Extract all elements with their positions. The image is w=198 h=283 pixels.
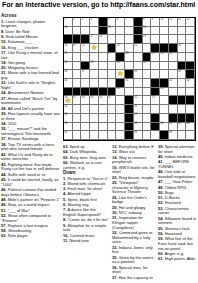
grid-cell[interactable]: 60	[160, 123, 169, 132]
grid-cell[interactable]	[99, 79, 108, 88]
grid-cell[interactable]	[178, 53, 187, 62]
cell-number: 49	[91, 96, 94, 99]
black-cell	[134, 27, 143, 36]
star-icon: ★	[64, 96, 72, 104]
clue-number: 55.	[158, 226, 165, 231]
down-clue-list-3: 39. Special attention, for short40. Indi…	[158, 145, 197, 262]
cell-number: 17	[91, 35, 94, 38]
down-heading: Down	[63, 171, 109, 176]
grid-cell[interactable]: 28	[125, 53, 134, 62]
black-cell	[160, 131, 169, 140]
clue-item: 43. Fighting move that made Rusty cut he…	[1, 163, 60, 172]
clue-number: 60.	[158, 251, 165, 256]
clue-number: 36.	[112, 265, 119, 270]
grid-cell[interactable]	[143, 44, 152, 53]
cell-number: 28	[126, 52, 129, 55]
cell-number: 55	[134, 105, 137, 108]
grid-cell[interactable]	[178, 88, 187, 97]
clue-number: 8.	[63, 217, 67, 222]
grid-cell[interactable]	[81, 105, 90, 114]
clue-item: 23. Like Kath's role in "Singles Night"	[1, 81, 60, 90]
grid-cell[interactable]	[99, 105, 108, 114]
grid-cell[interactable]: 40	[64, 79, 73, 88]
clue-item: 61. High points: Abbr.	[158, 257, 197, 262]
grid-cell[interactable]	[116, 96, 125, 105]
grid-cell[interactable]: 41	[125, 79, 134, 88]
grid-cell[interactable]: 39	[178, 70, 187, 79]
grid-cell[interactable]	[90, 114, 99, 123]
grid-cell[interactable]	[160, 27, 169, 36]
cell-number: 62	[178, 122, 181, 125]
cell-number: 6	[117, 18, 118, 21]
grid-cell[interactable]	[73, 105, 82, 114]
clue-number: 40.	[158, 154, 165, 159]
clue-item: 52. Show often compared to "Firewire"	[1, 214, 60, 223]
black-cell	[134, 18, 143, 27]
clue-number: 66.	[63, 160, 70, 165]
clue-number: 2.	[63, 181, 67, 186]
grid-cell[interactable]: 2	[73, 18, 82, 27]
clue-item: 14. Way to connect peripherals	[112, 156, 155, 165]
grid-cell[interactable]	[116, 123, 125, 132]
grid-cell[interactable]: 50	[99, 96, 108, 105]
clue-item: 7. A dance like the English Superspeed?	[63, 208, 109, 217]
black-cell	[125, 105, 134, 114]
clue-number: 25.	[112, 180, 119, 185]
grid-cell[interactable]: 22	[81, 44, 90, 53]
grid-cell[interactable]: ★	[116, 70, 125, 79]
grid-cell[interactable]: 19	[143, 35, 152, 44]
cell-number: 10	[160, 18, 163, 21]
clue-item: 31. Inspiration for Klingon rapper (Cong…	[112, 216, 155, 230]
grid-cell[interactable]	[108, 131, 117, 140]
grid-cell[interactable]: 21	[73, 44, 82, 53]
grid-cell[interactable]: 62	[178, 123, 187, 132]
grid-cell[interactable]	[160, 105, 169, 114]
down-clue-list-2: 12. Everything before E13. Wear out14. W…	[112, 145, 155, 280]
clue-number: 62.	[1, 233, 8, 238]
grid-cell[interactable]: 37	[81, 70, 90, 79]
clue-number: 34.	[1, 121, 8, 126]
cell-number: 5	[108, 18, 109, 21]
clue-number: 48.	[158, 185, 165, 190]
clue-number: 17.	[1, 50, 8, 55]
cell-number: 20	[64, 44, 67, 47]
clue-number: 8.	[1, 29, 5, 34]
grid-cell[interactable]	[178, 27, 187, 36]
clue-number: 52.	[158, 200, 165, 205]
grid-cell[interactable]: 4	[90, 18, 99, 27]
clue-number: 50.	[158, 190, 165, 195]
clue-number: 64.	[63, 149, 70, 154]
grid-cell[interactable]	[151, 27, 160, 36]
grid-cell[interactable]	[143, 114, 152, 123]
clue-number: 26.	[112, 195, 119, 200]
cell-number: 60	[160, 122, 163, 125]
clue-number: 37.	[112, 275, 119, 280]
grid-cell[interactable]	[90, 79, 99, 88]
grid-cell[interactable]	[99, 131, 108, 140]
clue-item: 25. "Viewpoint" character in Mystery Sci…	[112, 181, 155, 195]
clue-number: 46.	[1, 187, 8, 192]
grid-cell[interactable]	[169, 105, 178, 114]
cell-number: 34	[117, 61, 120, 64]
grid-cell[interactable]	[178, 105, 187, 114]
grid-cell[interactable]: 44	[116, 88, 125, 97]
cell-number: 13	[187, 18, 190, 21]
grid-cell[interactable]	[116, 27, 125, 36]
black-cell	[125, 123, 134, 132]
grid-cell[interactable]	[81, 27, 90, 36]
cell-number: 33	[91, 61, 94, 64]
cell-number: 45	[160, 87, 163, 90]
grid-cell[interactable]: 9	[151, 18, 160, 27]
cell-number: 51	[108, 96, 111, 99]
clue-number: 33.	[112, 245, 119, 250]
grid-cell[interactable]	[116, 105, 125, 114]
grid-cell[interactable]	[160, 70, 169, 79]
grid-cell[interactable]	[73, 70, 82, 79]
black-cell	[99, 18, 108, 27]
clue-number: 51.	[1, 208, 8, 213]
grid-cell[interactable]: 42	[169, 79, 178, 88]
clue-number: 3.	[63, 186, 67, 191]
grid-cell[interactable]	[81, 131, 90, 140]
cell-number: 11	[169, 18, 172, 21]
grid-cell[interactable]: 10	[160, 18, 169, 27]
clue-item: 39. Special attention, for short	[158, 145, 197, 154]
clue-number: 1.	[63, 176, 67, 181]
cell-number: 1	[64, 18, 65, 21]
cell-number: 21	[73, 44, 76, 47]
grid-cell[interactable]	[125, 62, 134, 71]
grid-cell[interactable]	[151, 131, 160, 140]
grid-cell[interactable]: 47	[73, 96, 82, 105]
grid-cell[interactable]	[143, 105, 152, 114]
clue-number: 29.	[1, 111, 8, 116]
clue-item: 35. "___ mouse?" and the stereotypical '…	[1, 127, 60, 136]
grid-cell[interactable]	[99, 53, 108, 62]
clue-item: 1. Laser charges, photos forgeries	[1, 20, 60, 29]
grid-cell[interactable]	[178, 131, 187, 140]
grid-cell[interactable]	[169, 62, 178, 71]
grid-cell[interactable]	[73, 62, 82, 71]
clue-item: 21. Movie with a two-horned bad guy	[1, 71, 60, 80]
cell-number: 44	[117, 87, 120, 90]
grid-cell[interactable]	[81, 114, 90, 123]
grid-cell[interactable]: 15	[108, 27, 117, 36]
cell-number: 64	[64, 131, 67, 134]
grid-cell[interactable]: 64	[64, 131, 73, 140]
grid-cell[interactable]: 13	[186, 18, 195, 27]
grid-cell[interactable]: 27	[108, 53, 117, 62]
grid-cell[interactable]: 23	[116, 44, 125, 53]
cell-number: 25	[178, 44, 181, 47]
cell-number: 8	[143, 18, 144, 21]
cell-number: 36	[64, 70, 67, 73]
clue-number: 31.	[112, 215, 119, 220]
grid-cell[interactable]	[90, 131, 99, 140]
grid-cell[interactable]	[125, 35, 134, 44]
grid-cell[interactable]	[73, 53, 82, 62]
clue-number: 42.	[1, 152, 8, 157]
grid-cell[interactable]: 31	[169, 53, 178, 62]
grid-cell[interactable]: 14	[64, 27, 73, 36]
star-icon: ★	[90, 44, 98, 52]
grid-cell[interactable]	[151, 70, 160, 79]
clue-number: 61.	[158, 256, 165, 261]
crossword-grid: 12345678910111213141516171819202122★2324…	[63, 17, 196, 141]
black-cell	[186, 62, 195, 71]
clue-number: 54.	[158, 216, 165, 221]
cell-number: 63	[187, 122, 190, 125]
clue-item: 36. Special man, for short	[112, 266, 155, 275]
grid-cell[interactable]	[90, 123, 99, 132]
grid-cell[interactable]	[125, 88, 134, 97]
grid-cell[interactable]	[108, 35, 117, 44]
grid-cell[interactable]	[99, 123, 108, 132]
grid-cell[interactable]	[99, 114, 108, 123]
clue-item: 17. Like Rusty's mental state, of late	[1, 51, 60, 60]
clue-item: 9. Metaphor for a simple task	[63, 224, 109, 233]
cell-number: 57	[134, 113, 137, 116]
grid-cell[interactable]	[116, 131, 125, 140]
star-icon: ★	[116, 70, 124, 78]
clue-number: 47.	[158, 179, 165, 184]
clue-item: 33. Indiana Jones' only fear	[112, 246, 155, 255]
cell-number: 42	[169, 79, 172, 82]
grid-cell[interactable]	[143, 70, 152, 79]
clue-number: 53.	[158, 206, 165, 211]
grid-cell[interactable]	[125, 27, 134, 36]
grid-cell[interactable]	[90, 70, 99, 79]
grid-cell[interactable]	[143, 131, 152, 140]
cell-number: 16	[143, 26, 146, 29]
black-cell	[125, 131, 134, 140]
clue-column-2: 63. Sped up64. Dark Wikipedia65. Busy me…	[63, 145, 109, 244]
grid-cell[interactable]: 24	[134, 44, 143, 53]
cell-number: 26	[64, 52, 67, 55]
grid-cell[interactable]: 53	[151, 96, 160, 105]
grid-cell[interactable]	[151, 35, 160, 44]
clue-number: 5.	[63, 197, 67, 202]
cell-number: 39	[178, 70, 181, 73]
grid-cell[interactable]	[73, 27, 82, 36]
cell-number: 30	[160, 52, 163, 55]
clue-number: 22.	[112, 175, 119, 180]
clue-number: 21.	[1, 70, 8, 75]
grid-cell[interactable]	[108, 105, 117, 114]
grid-cell[interactable]	[108, 70, 117, 79]
clue-item: 29. Flea layouts usually have two or thr…	[1, 112, 60, 121]
grid-cell[interactable]	[134, 53, 143, 62]
grid-cell[interactable]: 33	[90, 62, 99, 71]
clue-column-4: 39. Special attention, for short40. Indi…	[158, 145, 197, 263]
grid-cell[interactable]	[160, 96, 169, 105]
clue-number: 63.	[63, 144, 70, 149]
cell-number: 37	[82, 70, 85, 73]
grid-cell[interactable]	[99, 70, 108, 79]
black-cell	[125, 96, 134, 105]
clue-number: 9.	[63, 223, 67, 228]
cell-number: 38	[134, 70, 137, 73]
clue-number: 19.	[112, 165, 119, 170]
clue-item: 42. What Oz and Rusty do to some stretch…	[1, 153, 60, 162]
grid-cell[interactable]	[134, 79, 143, 88]
grid-cell[interactable]	[108, 123, 117, 132]
grid-cell[interactable]	[81, 123, 90, 132]
grid-cell[interactable]: 35	[143, 62, 152, 71]
grid-cell[interactable]	[178, 79, 187, 88]
cell-number: 27	[108, 52, 111, 55]
clue-number: 4.	[63, 191, 67, 196]
cell-number: 23	[117, 44, 120, 47]
grid-cell[interactable]: 48	[81, 96, 90, 105]
grid-cell[interactable]: 43	[186, 79, 195, 88]
grid-cell[interactable]: 65	[134, 131, 143, 140]
down-clue-list-1: 1. Response to "You're it"2. Mixed with …	[63, 177, 109, 244]
black-cell	[169, 96, 178, 105]
cell-number: 4	[91, 18, 92, 21]
clue-number: 65.	[63, 155, 70, 160]
grid-cell[interactable]	[81, 53, 90, 62]
across-continued-list: 63. Sped up64. Dark Wikipedia65. Busy me…	[63, 145, 109, 170]
clue-number: 57.	[1, 223, 8, 228]
grid-cell[interactable]	[99, 44, 108, 53]
clue-number: 27.	[1, 96, 8, 101]
clue-item: 19. WW II battle site, for short	[112, 166, 155, 175]
grid-cell[interactable]	[186, 131, 195, 140]
grid-cell[interactable]: 66	[169, 131, 178, 140]
clue-number: 35.	[112, 255, 119, 260]
grid-cell[interactable]	[186, 88, 195, 97]
grid-cell[interactable]: 51	[108, 96, 117, 105]
grid-cell[interactable]: 11	[169, 18, 178, 27]
clue-number: 30.	[112, 210, 119, 215]
grid-cell[interactable]	[73, 79, 82, 88]
cell-number: 52	[134, 96, 137, 99]
grid-cell[interactable]: 12	[178, 18, 187, 27]
clue-column-3: 12. Everything before E13. Wear out14. W…	[112, 145, 155, 281]
clue-number: 18.	[1, 60, 8, 65]
grid-cell[interactable]	[99, 62, 108, 71]
clue-number: 13.	[112, 149, 119, 154]
clue-item: 26. Like the Order's badge	[112, 196, 155, 205]
cell-number: 2	[73, 18, 74, 21]
grid-cell[interactable]	[90, 105, 99, 114]
grid-cell[interactable]: 25	[178, 44, 187, 53]
grid-cell[interactable]	[143, 88, 152, 97]
cell-number: 53	[152, 96, 155, 99]
grid-cell[interactable]	[186, 105, 195, 114]
clue-item: 53. Characteristic carrier	[158, 207, 197, 216]
clue-number: 51.	[158, 195, 165, 200]
grid-cell[interactable]: 18	[99, 35, 108, 44]
cell-number: 22	[82, 44, 85, 47]
grid-cell[interactable]: 7	[125, 18, 134, 27]
page-title: For an interactive version, go to http:/…	[2, 1, 198, 8]
grid-cell[interactable]	[108, 79, 117, 88]
grid-cell[interactable]	[81, 79, 90, 88]
clue-item: 62. Role player	[1, 234, 60, 239]
cell-number: 59	[134, 122, 137, 125]
clue-number: 32.	[112, 230, 119, 235]
grid-cell[interactable]	[73, 131, 82, 140]
grid-cell[interactable]	[186, 35, 195, 44]
cell-number: 32	[64, 61, 67, 64]
cell-number: 40	[64, 79, 67, 82]
cell-number: 54	[64, 105, 67, 108]
clue-number: 48.	[1, 197, 8, 202]
grid-cell[interactable]	[160, 62, 169, 71]
grid-cell[interactable]	[143, 96, 152, 105]
clue-number: 15.	[1, 39, 8, 44]
clue-item: 46. Political cartoon that ended days be…	[1, 188, 60, 197]
grid-cell[interactable]: 29	[151, 53, 160, 62]
grid-cell[interactable]: 38	[134, 70, 143, 79]
clue-number: 41.	[158, 159, 165, 164]
grid-cell[interactable]	[143, 123, 152, 132]
cell-number: 24	[134, 44, 137, 47]
grid-cell[interactable]	[143, 79, 152, 88]
clue-number: 45.	[1, 177, 8, 182]
grid-cell[interactable]: 6	[116, 18, 125, 27]
grid-cell[interactable]	[151, 105, 160, 114]
grid-cell[interactable]	[73, 123, 82, 132]
black-cell	[151, 79, 160, 88]
grid-cell[interactable]	[160, 35, 169, 44]
grid-cell[interactable]: 3	[81, 18, 90, 27]
clue-number: 1.	[1, 19, 5, 24]
clue-number: 9.	[1, 34, 5, 39]
clue-item: 54. Silkworm found in sonnets	[158, 217, 197, 226]
grid-cell[interactable]	[108, 62, 117, 71]
cell-number: 56	[64, 113, 67, 116]
cell-number: 50	[99, 96, 102, 99]
grid-cell[interactable]	[151, 62, 160, 71]
grid-cell[interactable]	[186, 53, 195, 62]
grid-cell[interactable]	[73, 114, 82, 123]
grid-cell[interactable]: 45	[160, 88, 169, 97]
cell-number: 19	[143, 35, 146, 38]
clue-item: 45. It could be starred, fatally, as "10…	[1, 178, 60, 187]
clue-number: 56.	[158, 231, 165, 236]
grid-cell[interactable]	[108, 114, 117, 123]
grid-cell[interactable]: ★	[90, 44, 99, 53]
grid-cell[interactable]: 30	[160, 53, 169, 62]
grid-cell[interactable]	[169, 35, 178, 44]
grid-cell[interactable]	[116, 114, 125, 123]
grid-cell[interactable]: 63	[186, 123, 195, 132]
clue-item: 11. Noted tune	[63, 239, 109, 244]
clue-item: 59. What five of the Fans have said, but…	[158, 237, 197, 251]
clue-number: 29.	[112, 205, 119, 210]
grid-cell[interactable]: 49	[90, 96, 99, 105]
clue-item: 35. Given by the voters, as a position	[112, 256, 155, 265]
cell-number: 31	[169, 52, 172, 55]
clue-number: 28.	[1, 106, 8, 111]
grid-cell[interactable]	[186, 27, 195, 36]
clue-number: 59.	[158, 236, 165, 241]
cell-number: 66	[169, 131, 172, 134]
clue-number: 12.	[112, 144, 119, 149]
clue-item: 38. Two TV series with a hero pilot who …	[1, 143, 60, 152]
grid-cell[interactable]	[169, 27, 178, 36]
grid-cell[interactable]	[169, 88, 178, 97]
grid-cell[interactable]	[186, 44, 195, 53]
cell-number: 35	[143, 61, 146, 64]
clue-number: 37.	[1, 136, 8, 141]
